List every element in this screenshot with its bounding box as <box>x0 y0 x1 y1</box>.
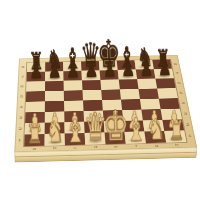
black-pawn[interactable]: ♟ <box>120 60 134 79</box>
white-rook[interactable]: ♜ <box>25 122 42 145</box>
file-label: a <box>27 58 45 63</box>
rank-label: 2 <box>15 123 25 135</box>
white-rook[interactable]: ♜ <box>167 119 184 142</box>
white-king[interactable]: ♚ <box>102 108 129 144</box>
rank-label: 7 <box>172 69 183 79</box>
square-c5[interactable] <box>64 90 83 101</box>
black-pawn[interactable]: ♟ <box>102 60 116 79</box>
square-f6[interactable] <box>119 79 139 89</box>
file-label: g <box>134 56 152 61</box>
square-b1[interactable]: ♞ <box>45 134 65 146</box>
white-bishop[interactable]: ♝ <box>125 115 146 143</box>
square-e7[interactable]: ♟ <box>100 70 119 80</box>
square-f1[interactable]: ♝ <box>125 132 146 144</box>
square-g6[interactable] <box>137 79 157 89</box>
file-label: h <box>152 55 170 60</box>
square-g7[interactable]: ♟ <box>136 69 156 79</box>
square-g1[interactable]: ♞ <box>144 131 166 143</box>
black-pawn[interactable]: ♟ <box>139 59 153 78</box>
rank-label: 8 <box>170 59 180 68</box>
black-pawn[interactable]: ♟ <box>65 61 79 80</box>
square-b7[interactable]: ♟ <box>45 71 63 81</box>
board-grid: ♜♞♝♛♚♝♞♜♟♟♟♟♟♟♟♟♟♟♟♟♟♟♟♟♜♞♝♛♚♝♞♜ <box>24 60 186 147</box>
square-c7[interactable]: ♟ <box>63 71 82 81</box>
square-a6[interactable] <box>26 81 45 91</box>
black-pawn[interactable]: ♟ <box>28 62 42 81</box>
square-g5[interactable] <box>139 89 159 100</box>
square-a1[interactable]: ♜ <box>24 134 44 146</box>
file-label: f <box>116 56 134 61</box>
rank-label: 5 <box>176 88 187 98</box>
square-f5[interactable] <box>120 89 140 100</box>
rank-label: 3 <box>16 112 26 123</box>
file-label: e <box>99 56 117 61</box>
square-e1[interactable]: ♚ <box>105 132 126 144</box>
file-label: b <box>45 58 63 63</box>
black-pawn[interactable]: ♟ <box>84 61 98 80</box>
white-bishop[interactable]: ♝ <box>64 117 85 145</box>
chess-board: abcdefgh abcdefgh 87654321 87654321 ♜♞♝♛… <box>14 55 197 152</box>
rank-label: 1 <box>15 135 25 147</box>
chess-set-photo: abcdefgh abcdefgh 87654321 87654321 ♜♞♝♛… <box>0 0 200 200</box>
square-a5[interactable] <box>26 91 45 102</box>
white-knight[interactable]: ♞ <box>45 120 64 145</box>
black-pawn[interactable]: ♟ <box>47 61 61 80</box>
square-a7[interactable]: ♟ <box>27 72 46 82</box>
square-h5[interactable] <box>157 88 178 99</box>
square-b5[interactable] <box>45 91 64 102</box>
square-h6[interactable] <box>155 78 175 88</box>
white-knight[interactable]: ♞ <box>146 118 165 143</box>
square-h7[interactable]: ♟ <box>154 69 174 79</box>
square-h1[interactable]: ♜ <box>164 131 186 143</box>
file-label: d <box>81 57 99 62</box>
square-e6[interactable] <box>100 80 119 90</box>
rank-label: 4 <box>16 102 26 113</box>
black-pawn[interactable]: ♟ <box>157 59 171 78</box>
rank-label: 6 <box>174 78 185 88</box>
rank-label: 6 <box>17 82 26 92</box>
rank-label: 8 <box>18 63 27 73</box>
square-d7[interactable]: ♟ <box>81 70 100 80</box>
rank-label: 7 <box>18 72 27 82</box>
square-c6[interactable] <box>64 80 83 90</box>
square-f7[interactable]: ♟ <box>118 70 137 80</box>
square-c1[interactable]: ♝ <box>65 133 86 145</box>
square-d5[interactable] <box>82 90 102 101</box>
square-e5[interactable] <box>101 89 121 100</box>
file-label: c <box>63 57 81 62</box>
board-frame: abcdefgh abcdefgh 87654321 87654321 ♜♞♝♛… <box>14 55 197 152</box>
rank-label: 5 <box>17 92 26 102</box>
square-d6[interactable] <box>82 80 101 90</box>
square-b6[interactable] <box>45 81 64 91</box>
